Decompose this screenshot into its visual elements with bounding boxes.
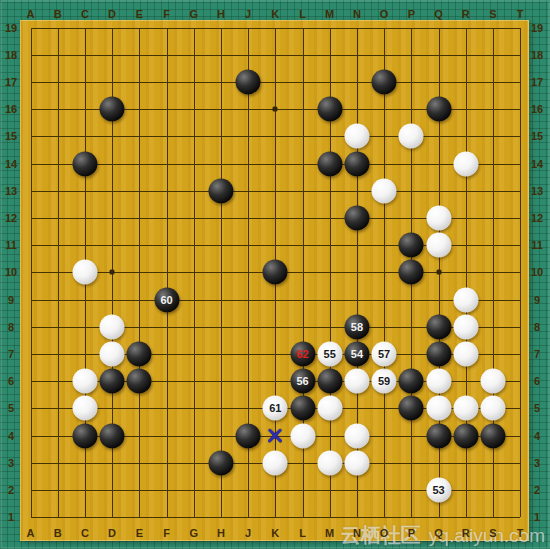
row-label-left: 13: [5, 185, 17, 197]
stone-black: 54: [344, 341, 369, 366]
stone-black: 56: [290, 369, 315, 394]
stone-black: [236, 423, 261, 448]
column-label-bottom: R: [462, 527, 470, 539]
row-label-right: 16: [531, 103, 543, 115]
stone-white: [344, 423, 369, 448]
row-label-left: 11: [5, 239, 17, 251]
move-number-label: 54: [344, 341, 369, 366]
column-label-top: A: [27, 8, 35, 20]
row-label-right: 14: [531, 158, 543, 170]
stone-white: [100, 314, 125, 339]
row-label-left: 16: [5, 103, 17, 115]
row-label-right: 18: [531, 49, 543, 61]
column-label-top: N: [353, 8, 361, 20]
stone-black: [263, 260, 288, 285]
stone-white: 57: [372, 341, 397, 366]
stone-black: [426, 97, 451, 122]
go-game-screenshot: 云栖社区yq.aliyun.com AABBCCDDEEFFGGHHJJKKLL…: [0, 0, 550, 549]
stone-black: [208, 450, 233, 475]
stone-white: [480, 369, 505, 394]
stone-white: [100, 341, 125, 366]
stone-black: [399, 260, 424, 285]
column-label-bottom: P: [408, 527, 415, 539]
stone-white: [72, 396, 97, 421]
stone-black: [372, 69, 397, 94]
column-label-bottom: T: [517, 527, 524, 539]
move-number-label: 57: [372, 341, 397, 366]
stone-white: [72, 260, 97, 285]
stone-white: [72, 369, 97, 394]
stone-white: [453, 396, 478, 421]
move-number-label: 61: [263, 396, 288, 421]
stone-white: 55: [317, 341, 342, 366]
grid-line: [384, 28, 385, 518]
row-label-right: 1: [534, 511, 540, 523]
row-label-right: 12: [531, 212, 543, 224]
stone-white: [399, 124, 424, 149]
star-point: [273, 107, 278, 112]
column-label-bottom: O: [380, 527, 389, 539]
stone-white: [317, 450, 342, 475]
stone-white: [263, 450, 288, 475]
row-label-left: 14: [5, 158, 17, 170]
row-label-right: 15: [531, 130, 543, 142]
move-number-label: 55: [317, 341, 342, 366]
stone-white: 61: [263, 396, 288, 421]
column-label-bottom: G: [189, 527, 198, 539]
stone-black: [426, 314, 451, 339]
stone-black: [399, 369, 424, 394]
stone-white: [480, 396, 505, 421]
stone-white: [426, 233, 451, 258]
row-label-left: 10: [5, 266, 17, 278]
row-label-right: 17: [531, 76, 543, 88]
stone-white: [372, 178, 397, 203]
stone-white: 53: [426, 477, 451, 502]
stone-black: [344, 205, 369, 230]
stone-white: [290, 423, 315, 448]
stone-black: [480, 423, 505, 448]
column-label-bottom: L: [299, 527, 306, 539]
column-label-bottom: E: [136, 527, 143, 539]
stone-white: [426, 205, 451, 230]
column-label-bottom: Q: [434, 527, 443, 539]
row-label-left: 18: [5, 49, 17, 61]
row-label-right: 13: [531, 185, 543, 197]
x-mark-icon: [266, 427, 284, 445]
row-label-right: 4: [534, 430, 540, 442]
stone-black: [317, 97, 342, 122]
stone-black: 58: [344, 314, 369, 339]
row-label-right: 10: [531, 266, 543, 278]
column-label-top: E: [136, 8, 143, 20]
star-point: [110, 270, 115, 275]
move-number-label: 56: [290, 369, 315, 394]
stone-white: [317, 396, 342, 421]
stone-black: [236, 69, 261, 94]
column-label-bottom: A: [27, 527, 35, 539]
row-label-left: 12: [5, 212, 17, 224]
column-label-top: Q: [434, 8, 443, 20]
row-label-left: 8: [8, 321, 14, 333]
stone-black: [399, 233, 424, 258]
grid-line: [31, 300, 521, 301]
stone-white: [453, 341, 478, 366]
move-number-label: 60: [154, 287, 179, 312]
star-point: [436, 270, 441, 275]
column-label-top: O: [380, 8, 389, 20]
row-label-right: 2: [534, 484, 540, 496]
column-label-top: P: [408, 8, 415, 20]
stone-black: [453, 423, 478, 448]
column-label-top: K: [271, 8, 279, 20]
stone-black: [100, 423, 125, 448]
stone-black: [127, 369, 152, 394]
column-label-bottom: K: [271, 527, 279, 539]
row-label-left: 1: [8, 511, 14, 523]
stone-black: 60: [154, 287, 179, 312]
column-label-bottom: J: [245, 527, 251, 539]
move-number-label: 62: [290, 341, 315, 366]
row-label-right: 11: [531, 239, 543, 251]
stone-black: [344, 151, 369, 176]
stone-white: [344, 124, 369, 149]
row-label-right: 9: [534, 294, 540, 306]
row-label-right: 8: [534, 321, 540, 333]
stone-black: [127, 341, 152, 366]
stone-white: [344, 369, 369, 394]
row-label-left: 6: [8, 375, 14, 387]
stone-black: [100, 369, 125, 394]
column-label-top: C: [81, 8, 89, 20]
column-label-top: F: [163, 8, 170, 20]
stone-black: [426, 341, 451, 366]
column-label-bottom: D: [108, 527, 116, 539]
column-label-top: M: [325, 8, 334, 20]
row-label-right: 6: [534, 375, 540, 387]
watermark-url: yq.aliyun.com: [429, 525, 545, 546]
column-label-top: H: [217, 8, 225, 20]
row-label-left: 15: [5, 130, 17, 142]
stone-black: [399, 396, 424, 421]
row-label-left: 17: [5, 76, 17, 88]
grid-line: [31, 517, 521, 518]
stone-white: [344, 450, 369, 475]
stone-white: [426, 369, 451, 394]
stone-white: [453, 287, 478, 312]
stone-black: [100, 97, 125, 122]
column-label-top: B: [54, 8, 62, 20]
column-label-top: S: [489, 8, 496, 20]
stone-black: [290, 396, 315, 421]
column-label-bottom: N: [353, 527, 361, 539]
row-label-left: 2: [8, 484, 14, 496]
column-label-bottom: C: [81, 527, 89, 539]
column-label-top: T: [517, 8, 524, 20]
column-label-top: D: [108, 8, 116, 20]
row-label-left: 4: [8, 430, 14, 442]
move-number-label: 58: [344, 314, 369, 339]
stone-white: [453, 151, 478, 176]
stone-white: 59: [372, 369, 397, 394]
row-label-left: 7: [8, 348, 14, 360]
column-label-bottom: H: [217, 527, 225, 539]
column-label-top: R: [462, 8, 470, 20]
stone-black: [208, 178, 233, 203]
row-label-left: 9: [8, 294, 14, 306]
row-label-right: 3: [534, 457, 540, 469]
stone-white: [426, 396, 451, 421]
column-label-bottom: S: [489, 527, 496, 539]
row-label-right: 7: [534, 348, 540, 360]
stone-black: [72, 423, 97, 448]
column-label-top: J: [245, 8, 251, 20]
row-label-left: 19: [5, 22, 17, 34]
row-label-right: 5: [534, 402, 540, 414]
stone-black: 62: [290, 341, 315, 366]
column-label-bottom: M: [325, 527, 334, 539]
stone-black: [426, 423, 451, 448]
column-label-bottom: B: [54, 527, 62, 539]
move-number-label: 53: [426, 477, 451, 502]
column-label-top: G: [189, 8, 198, 20]
stone-black: [317, 369, 342, 394]
stone-white: [453, 314, 478, 339]
column-label-bottom: F: [163, 527, 170, 539]
column-label-top: L: [299, 8, 306, 20]
row-label-left: 5: [8, 402, 14, 414]
grid-line: [520, 28, 521, 518]
row-label-left: 3: [8, 457, 14, 469]
row-label-right: 19: [531, 22, 543, 34]
stone-black: [317, 151, 342, 176]
stone-black: [72, 151, 97, 176]
move-number-label: 59: [372, 369, 397, 394]
